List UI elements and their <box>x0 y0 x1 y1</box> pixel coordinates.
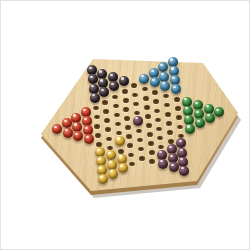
peg-yellow[interactable] <box>115 136 125 146</box>
peg-highlight <box>162 82 165 84</box>
peg-highlight <box>119 155 122 157</box>
peg-highlight <box>109 161 112 163</box>
board-hole[interactable] <box>148 141 154 146</box>
peg-highlight <box>64 120 67 122</box>
peg-highlight <box>86 136 89 138</box>
peg-yellow[interactable] <box>108 169 118 179</box>
peg-green[interactable] <box>205 113 215 123</box>
peg-highlight <box>74 123 77 125</box>
board-hole[interactable] <box>143 96 149 101</box>
peg-highlight <box>180 149 183 151</box>
peg-highlight <box>171 164 174 166</box>
board-hole[interactable] <box>118 149 124 154</box>
board-hole[interactable] <box>145 114 151 119</box>
peg-red[interactable] <box>52 124 62 134</box>
peg-green[interactable] <box>195 118 205 128</box>
peg-highlight <box>170 155 173 157</box>
peg-highlight <box>97 149 100 151</box>
board-hole[interactable] <box>147 132 153 137</box>
board-hole[interactable] <box>176 115 182 120</box>
peg-highlight <box>100 79 103 81</box>
peg-highlight <box>117 137 120 139</box>
peg-blue[interactable] <box>171 84 181 94</box>
board-hole[interactable] <box>103 109 109 114</box>
peg-highlight <box>161 73 164 75</box>
board-hole[interactable] <box>123 98 129 103</box>
peg-highlight <box>170 58 173 60</box>
board-hole[interactable] <box>134 111 140 116</box>
board-hole[interactable] <box>93 106 99 111</box>
peg-highlight <box>54 126 57 128</box>
peg-highlight <box>184 98 187 100</box>
peg-red[interactable] <box>62 118 72 128</box>
peg-yellow[interactable] <box>118 163 128 173</box>
peg-highlight <box>100 176 103 178</box>
peg-highlight <box>187 125 190 127</box>
peg-purple[interactable] <box>179 166 189 176</box>
peg-highlight <box>160 64 163 66</box>
peg-purple[interactable] <box>158 159 168 169</box>
peg-highlight <box>73 114 76 116</box>
board-hole[interactable] <box>115 122 121 127</box>
peg-green[interactable] <box>185 124 195 134</box>
peg-highlight <box>110 74 113 76</box>
peg-yellow[interactable] <box>107 160 117 170</box>
peg-highlight <box>111 83 114 85</box>
board-hole[interactable] <box>177 125 183 130</box>
peg-highlight <box>152 79 155 81</box>
peg-highlight <box>108 152 111 154</box>
peg-highlight <box>169 146 172 148</box>
peg-highlight <box>85 127 88 129</box>
peg-highlight <box>92 94 95 96</box>
board-hole[interactable] <box>167 130 173 135</box>
peg-blue[interactable] <box>139 74 149 84</box>
peg-highlight <box>101 89 104 91</box>
peg-black[interactable] <box>119 76 129 86</box>
board-hole[interactable] <box>139 156 145 161</box>
board-hole[interactable] <box>94 124 100 129</box>
peg-black[interactable] <box>90 93 100 103</box>
peg-highlight <box>172 77 175 79</box>
peg-highlight <box>99 167 102 169</box>
peg-highlight <box>151 70 154 72</box>
peg-highlight <box>207 114 210 116</box>
board-hole[interactable] <box>122 89 128 94</box>
peg-highlight <box>91 85 94 87</box>
board-hole[interactable] <box>95 133 101 138</box>
peg-highlight <box>195 102 198 104</box>
board-hole[interactable] <box>166 121 172 126</box>
peg-highlight <box>179 140 182 142</box>
peg-highlight <box>84 118 87 120</box>
board-hole[interactable] <box>146 123 152 128</box>
board-hole[interactable] <box>113 104 119 109</box>
chinese-checkers-photo <box>0 0 250 250</box>
peg-highlight <box>160 160 163 162</box>
board-hole[interactable] <box>96 142 102 147</box>
peg-highlight <box>206 105 209 107</box>
peg-highlight <box>171 67 174 69</box>
board-hole[interactable] <box>102 100 108 105</box>
peg-highlight <box>196 111 199 113</box>
board-hole[interactable] <box>174 97 180 102</box>
peg-highlight <box>135 117 138 119</box>
peg-highlight <box>75 133 78 135</box>
peg-highlight <box>180 158 183 160</box>
peg-highlight <box>186 116 189 118</box>
peg-highlight <box>121 77 124 79</box>
peg-highlight <box>173 86 176 88</box>
board-hole[interactable] <box>175 106 181 111</box>
peg-highlight <box>197 120 200 122</box>
peg-highlight <box>141 75 144 77</box>
peg-highlight <box>110 170 113 172</box>
peg-highlight <box>98 158 101 160</box>
peg-blue[interactable] <box>150 77 160 87</box>
peg-highlight <box>89 67 92 69</box>
peg-highlight <box>90 76 93 78</box>
peg-highlight <box>83 109 86 111</box>
peg-highlight <box>216 109 219 111</box>
peg-blue[interactable] <box>160 81 170 91</box>
board-hole[interactable] <box>106 137 112 142</box>
board-hole[interactable] <box>132 93 138 98</box>
peg-red[interactable] <box>63 128 73 138</box>
board-hole[interactable] <box>105 127 111 132</box>
peg-highlight <box>181 167 184 169</box>
peg-green[interactable] <box>204 104 214 114</box>
peg-black[interactable] <box>89 84 99 94</box>
peg-purple[interactable] <box>133 116 143 126</box>
board-hole[interactable] <box>149 150 155 155</box>
peg-highlight <box>65 129 68 131</box>
peg-highlight <box>99 70 102 72</box>
board-hole[interactable] <box>112 95 118 100</box>
peg-purple[interactable] <box>169 162 179 172</box>
peg-highlight <box>159 151 162 153</box>
peg-highlight <box>120 165 123 167</box>
board-hole[interactable] <box>144 105 150 110</box>
peg-highlight <box>185 107 188 109</box>
board-hole[interactable] <box>165 112 171 117</box>
